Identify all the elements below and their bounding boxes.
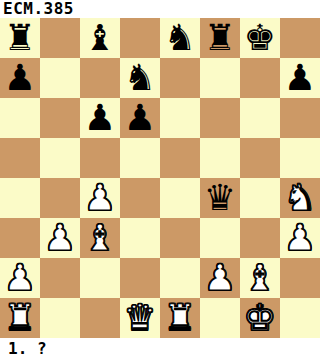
square-d4[interactable] xyxy=(120,178,160,218)
move-prompt: 1. ? xyxy=(8,340,47,360)
square-f3[interactable] xyxy=(200,218,240,258)
square-g8[interactable]: ♚ xyxy=(240,18,280,58)
square-b2[interactable] xyxy=(40,258,80,298)
piece-black-pawn: ♟ xyxy=(284,58,316,98)
chess-board: ♜♝♞♜♚♟♞♟♟♟♟♛♞♟♝♟♟♟♝♜♛♜♚ xyxy=(0,18,320,338)
piece-black-pawn: ♟ xyxy=(4,58,36,98)
piece-black-knight: ♞ xyxy=(124,58,156,98)
square-g3[interactable] xyxy=(240,218,280,258)
square-a1[interactable]: ♜ xyxy=(0,298,40,338)
piece-black-rook: ♜ xyxy=(4,18,36,58)
chess-puzzle-page: ECM.385 ♜♝♞♜♚♟♞♟♟♟♟♛♞♟♝♟♟♟♝♜♛♜♚ 1. ? xyxy=(0,0,320,360)
piece-black-rook: ♜ xyxy=(204,18,236,58)
piece-white-bishop: ♝ xyxy=(244,258,276,298)
square-c7[interactable] xyxy=(80,58,120,98)
square-f8[interactable]: ♜ xyxy=(200,18,240,58)
square-d7[interactable]: ♞ xyxy=(120,58,160,98)
square-b6[interactable] xyxy=(40,98,80,138)
square-d6[interactable]: ♟ xyxy=(120,98,160,138)
piece-white-rook: ♜ xyxy=(164,298,196,338)
piece-black-pawn: ♟ xyxy=(84,98,116,138)
square-f7[interactable] xyxy=(200,58,240,98)
square-a2[interactable]: ♟ xyxy=(0,258,40,298)
square-c3[interactable]: ♝ xyxy=(80,218,120,258)
piece-black-knight: ♞ xyxy=(164,18,196,58)
square-c8[interactable]: ♝ xyxy=(80,18,120,58)
piece-white-rook: ♜ xyxy=(4,298,36,338)
piece-white-pawn: ♟ xyxy=(284,218,316,258)
square-a7[interactable]: ♟ xyxy=(0,58,40,98)
piece-black-king: ♚ xyxy=(244,18,276,58)
piece-white-knight: ♞ xyxy=(284,178,316,218)
square-g1[interactable]: ♚ xyxy=(240,298,280,338)
piece-white-pawn: ♟ xyxy=(44,218,76,258)
square-g7[interactable] xyxy=(240,58,280,98)
square-e6[interactable] xyxy=(160,98,200,138)
square-h4[interactable]: ♞ xyxy=(280,178,320,218)
square-a6[interactable] xyxy=(0,98,40,138)
square-b8[interactable] xyxy=(40,18,80,58)
square-d8[interactable] xyxy=(120,18,160,58)
square-d5[interactable] xyxy=(120,138,160,178)
square-h5[interactable] xyxy=(280,138,320,178)
square-d3[interactable] xyxy=(120,218,160,258)
square-a3[interactable] xyxy=(0,218,40,258)
square-h7[interactable]: ♟ xyxy=(280,58,320,98)
square-b5[interactable] xyxy=(40,138,80,178)
piece-black-pawn: ♟ xyxy=(124,98,156,138)
square-e1[interactable]: ♜ xyxy=(160,298,200,338)
square-c4[interactable]: ♟ xyxy=(80,178,120,218)
square-b3[interactable]: ♟ xyxy=(40,218,80,258)
square-b1[interactable] xyxy=(40,298,80,338)
square-a4[interactable] xyxy=(0,178,40,218)
piece-white-pawn: ♟ xyxy=(4,258,36,298)
piece-black-queen: ♛ xyxy=(204,178,236,218)
piece-white-pawn: ♟ xyxy=(204,258,236,298)
square-h2[interactable] xyxy=(280,258,320,298)
square-g5[interactable] xyxy=(240,138,280,178)
square-f2[interactable]: ♟ xyxy=(200,258,240,298)
square-g4[interactable] xyxy=(240,178,280,218)
square-c5[interactable] xyxy=(80,138,120,178)
square-e5[interactable] xyxy=(160,138,200,178)
square-d1[interactable]: ♛ xyxy=(120,298,160,338)
square-f1[interactable] xyxy=(200,298,240,338)
square-c6[interactable]: ♟ xyxy=(80,98,120,138)
square-e7[interactable] xyxy=(160,58,200,98)
square-f6[interactable] xyxy=(200,98,240,138)
square-h3[interactable]: ♟ xyxy=(280,218,320,258)
square-g2[interactable]: ♝ xyxy=(240,258,280,298)
square-c2[interactable] xyxy=(80,258,120,298)
square-e3[interactable] xyxy=(160,218,200,258)
square-b4[interactable] xyxy=(40,178,80,218)
piece-white-queen: ♛ xyxy=(124,298,156,338)
square-h8[interactable] xyxy=(280,18,320,58)
square-f5[interactable] xyxy=(200,138,240,178)
square-g6[interactable] xyxy=(240,98,280,138)
square-h1[interactable] xyxy=(280,298,320,338)
square-a5[interactable] xyxy=(0,138,40,178)
square-f4[interactable]: ♛ xyxy=(200,178,240,218)
puzzle-title: ECM.385 xyxy=(3,0,74,18)
square-a8[interactable]: ♜ xyxy=(0,18,40,58)
square-e4[interactable] xyxy=(160,178,200,218)
square-h6[interactable] xyxy=(280,98,320,138)
piece-white-king: ♚ xyxy=(244,298,276,338)
square-e2[interactable] xyxy=(160,258,200,298)
square-c1[interactable] xyxy=(80,298,120,338)
piece-white-bishop: ♝ xyxy=(84,218,116,258)
square-e8[interactable]: ♞ xyxy=(160,18,200,58)
piece-white-pawn: ♟ xyxy=(84,178,116,218)
square-d2[interactable] xyxy=(120,258,160,298)
square-b7[interactable] xyxy=(40,58,80,98)
piece-black-bishop: ♝ xyxy=(84,18,116,58)
